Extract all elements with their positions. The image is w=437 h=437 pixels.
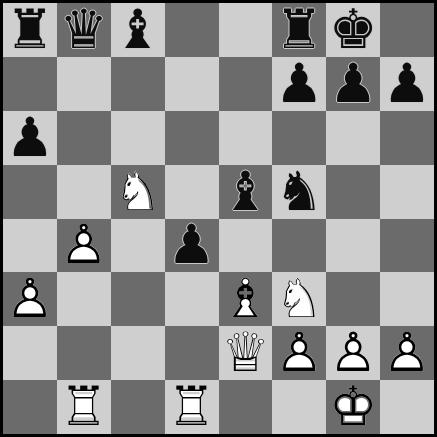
piece-white-king: ♚♔ bbox=[326, 380, 380, 434]
piece-black-pawn: ♟ bbox=[272, 57, 326, 111]
square-g3[interactable] bbox=[326, 272, 380, 326]
square-f2[interactable]: ♟♙ bbox=[272, 326, 326, 380]
black-pawn-glyph: ♟ bbox=[380, 57, 434, 111]
piece-black-pawn: ♟ bbox=[165, 219, 219, 273]
chess-board: ♜♛♝♜♚♟♟♟♟♞♘♝♞♟♙♟♟♙♝♗♞♘♛♕♟♙♟♙♟♙♜♖♜♖♚♔ bbox=[3, 3, 434, 434]
square-c8[interactable]: ♝ bbox=[111, 3, 165, 57]
square-e6[interactable] bbox=[219, 111, 273, 165]
black-pawn-glyph: ♟ bbox=[3, 111, 57, 165]
black-king-glyph: ♚ bbox=[326, 3, 380, 57]
white-queen-outline: ♕ bbox=[219, 326, 273, 380]
black-bishop-glyph: ♝ bbox=[219, 165, 273, 219]
square-h6[interactable] bbox=[380, 111, 434, 165]
piece-black-rook: ♜ bbox=[272, 3, 326, 57]
white-knight-outline: ♘ bbox=[111, 165, 165, 219]
square-b5[interactable] bbox=[57, 165, 111, 219]
square-a4[interactable] bbox=[3, 219, 57, 273]
piece-black-pawn: ♟ bbox=[3, 111, 57, 165]
white-bishop-outline: ♗ bbox=[219, 272, 273, 326]
square-f4[interactable] bbox=[272, 219, 326, 273]
white-pawn-outline: ♙ bbox=[380, 326, 434, 380]
piece-white-knight: ♞♘ bbox=[272, 272, 326, 326]
square-e1[interactable] bbox=[219, 380, 273, 434]
square-d4[interactable]: ♟ bbox=[165, 219, 219, 273]
square-h1[interactable] bbox=[380, 380, 434, 434]
square-g4[interactable] bbox=[326, 219, 380, 273]
piece-black-bishop: ♝ bbox=[111, 3, 165, 57]
piece-black-queen: ♛ bbox=[57, 3, 111, 57]
square-g5[interactable] bbox=[326, 165, 380, 219]
piece-black-pawn: ♟ bbox=[326, 57, 380, 111]
white-knight-outline: ♘ bbox=[272, 272, 326, 326]
white-king-outline: ♔ bbox=[326, 380, 380, 434]
square-f8[interactable]: ♜ bbox=[272, 3, 326, 57]
square-g8[interactable]: ♚ bbox=[326, 3, 380, 57]
black-pawn-glyph: ♟ bbox=[165, 219, 219, 273]
square-b7[interactable] bbox=[57, 57, 111, 111]
square-c2[interactable] bbox=[111, 326, 165, 380]
white-pawn-fill: ♟ bbox=[326, 326, 380, 380]
square-d3[interactable] bbox=[165, 272, 219, 326]
white-knight-fill: ♞ bbox=[111, 165, 165, 219]
square-a7[interactable] bbox=[3, 57, 57, 111]
square-a1[interactable] bbox=[3, 380, 57, 434]
white-pawn-fill: ♟ bbox=[380, 326, 434, 380]
white-pawn-fill: ♟ bbox=[57, 219, 111, 273]
square-c4[interactable] bbox=[111, 219, 165, 273]
square-f5[interactable]: ♞ bbox=[272, 165, 326, 219]
square-g6[interactable] bbox=[326, 111, 380, 165]
square-d5[interactable] bbox=[165, 165, 219, 219]
piece-white-pawn: ♟♙ bbox=[3, 272, 57, 326]
piece-white-rook: ♜♖ bbox=[57, 380, 111, 434]
piece-white-queen: ♛♕ bbox=[219, 326, 273, 380]
white-rook-outline: ♖ bbox=[57, 380, 111, 434]
square-c5[interactable]: ♞♘ bbox=[111, 165, 165, 219]
piece-white-knight: ♞♘ bbox=[111, 165, 165, 219]
square-a6[interactable]: ♟ bbox=[3, 111, 57, 165]
black-pawn-glyph: ♟ bbox=[326, 57, 380, 111]
square-h4[interactable] bbox=[380, 219, 434, 273]
white-bishop-fill: ♝ bbox=[219, 272, 273, 326]
square-e3[interactable]: ♝♗ bbox=[219, 272, 273, 326]
square-b2[interactable] bbox=[57, 326, 111, 380]
square-g1[interactable]: ♚♔ bbox=[326, 380, 380, 434]
square-e4[interactable] bbox=[219, 219, 273, 273]
square-b4[interactable]: ♟♙ bbox=[57, 219, 111, 273]
square-h3[interactable] bbox=[380, 272, 434, 326]
piece-black-knight: ♞ bbox=[272, 165, 326, 219]
white-pawn-fill: ♟ bbox=[3, 272, 57, 326]
square-g2[interactable]: ♟♙ bbox=[326, 326, 380, 380]
square-c3[interactable] bbox=[111, 272, 165, 326]
square-e7[interactable] bbox=[219, 57, 273, 111]
piece-black-rook: ♜ bbox=[3, 3, 57, 57]
black-queen-glyph: ♛ bbox=[57, 3, 111, 57]
square-f7[interactable]: ♟ bbox=[272, 57, 326, 111]
piece-white-pawn: ♟♙ bbox=[272, 326, 326, 380]
piece-white-pawn: ♟♙ bbox=[57, 219, 111, 273]
white-pawn-outline: ♙ bbox=[326, 326, 380, 380]
piece-black-pawn: ♟ bbox=[380, 57, 434, 111]
square-h7[interactable]: ♟ bbox=[380, 57, 434, 111]
square-b1[interactable]: ♜♖ bbox=[57, 380, 111, 434]
square-b8[interactable]: ♛ bbox=[57, 3, 111, 57]
square-f1[interactable] bbox=[272, 380, 326, 434]
square-f6[interactable] bbox=[272, 111, 326, 165]
white-king-fill: ♚ bbox=[326, 380, 380, 434]
square-a3[interactable]: ♟♙ bbox=[3, 272, 57, 326]
square-d6[interactable] bbox=[165, 111, 219, 165]
square-h8[interactable] bbox=[380, 3, 434, 57]
square-d1[interactable]: ♜♖ bbox=[165, 380, 219, 434]
white-rook-outline: ♖ bbox=[165, 380, 219, 434]
square-d2[interactable] bbox=[165, 326, 219, 380]
white-pawn-outline: ♙ bbox=[57, 219, 111, 273]
square-b3[interactable] bbox=[57, 272, 111, 326]
black-pawn-glyph: ♟ bbox=[272, 57, 326, 111]
square-b6[interactable] bbox=[57, 111, 111, 165]
piece-white-pawn: ♟♙ bbox=[326, 326, 380, 380]
square-g7[interactable]: ♟ bbox=[326, 57, 380, 111]
white-queen-fill: ♛ bbox=[219, 326, 273, 380]
piece-white-rook: ♜♖ bbox=[165, 380, 219, 434]
square-e2[interactable]: ♛♕ bbox=[219, 326, 273, 380]
square-a8[interactable]: ♜ bbox=[3, 3, 57, 57]
white-pawn-outline: ♙ bbox=[3, 272, 57, 326]
black-bishop-glyph: ♝ bbox=[111, 3, 165, 57]
square-a5[interactable] bbox=[3, 165, 57, 219]
square-a2[interactable] bbox=[3, 326, 57, 380]
piece-black-king: ♚ bbox=[326, 3, 380, 57]
white-knight-fill: ♞ bbox=[272, 272, 326, 326]
white-rook-fill: ♜ bbox=[57, 380, 111, 434]
piece-white-pawn: ♟♙ bbox=[380, 326, 434, 380]
piece-black-bishop: ♝ bbox=[219, 165, 273, 219]
square-f3[interactable]: ♞♘ bbox=[272, 272, 326, 326]
square-e5[interactable]: ♝ bbox=[219, 165, 273, 219]
white-pawn-fill: ♟ bbox=[272, 326, 326, 380]
square-h5[interactable] bbox=[380, 165, 434, 219]
black-rook-glyph: ♜ bbox=[3, 3, 57, 57]
square-d7[interactable] bbox=[165, 57, 219, 111]
white-rook-fill: ♜ bbox=[165, 380, 219, 434]
square-h2[interactable]: ♟♙ bbox=[380, 326, 434, 380]
square-c1[interactable] bbox=[111, 380, 165, 434]
black-knight-glyph: ♞ bbox=[272, 165, 326, 219]
piece-white-bishop: ♝♗ bbox=[219, 272, 273, 326]
square-c7[interactable] bbox=[111, 57, 165, 111]
square-e8[interactable] bbox=[219, 3, 273, 57]
chess-board-frame: ♜♛♝♜♚♟♟♟♟♞♘♝♞♟♙♟♟♙♝♗♞♘♛♕♟♙♟♙♟♙♜♖♜♖♚♔ bbox=[0, 0, 437, 437]
square-c6[interactable] bbox=[111, 111, 165, 165]
black-rook-glyph: ♜ bbox=[272, 3, 326, 57]
white-pawn-outline: ♙ bbox=[272, 326, 326, 380]
square-d8[interactable] bbox=[165, 3, 219, 57]
